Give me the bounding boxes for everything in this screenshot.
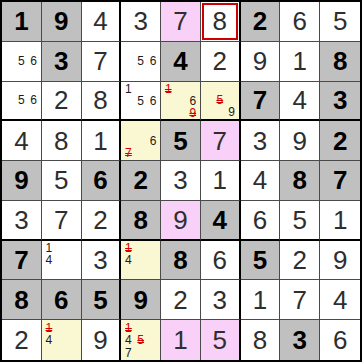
solved-digit: 7 xyxy=(293,287,307,313)
given-digit: 8 xyxy=(333,48,347,74)
cell-r4c3[interactable]: 1 xyxy=(82,121,122,161)
cell-r9c7[interactable]: 8 xyxy=(241,320,281,360)
solved-digit: 4 xyxy=(14,128,28,154)
cell-r7c3[interactable]: 3 xyxy=(82,241,122,281)
candidate-6: 6 xyxy=(147,135,159,147)
cell-r1c3[interactable]: 4 xyxy=(82,2,122,42)
cell-r5c9[interactable]: 7 xyxy=(320,161,360,201)
solved-digit: 5 xyxy=(333,8,347,34)
solved-digit: 9 xyxy=(333,247,347,273)
pencil-marks: 14 xyxy=(43,321,80,359)
cell-r9c5[interactable]: 1 xyxy=(161,320,201,360)
given-digit: 1 xyxy=(14,8,28,34)
cell-r6c1[interactable]: 3 xyxy=(2,201,42,241)
solved-digit: 3 xyxy=(93,247,107,273)
cell-r1c9[interactable]: 5 xyxy=(320,2,360,42)
cell-r2c2[interactable]: 3 xyxy=(42,42,82,82)
cell-r9c3[interactable]: 9 xyxy=(82,320,122,360)
given-digit: 7 xyxy=(333,167,347,193)
solved-digit: 1 xyxy=(333,207,347,233)
cell-r3c5[interactable]: 169 xyxy=(161,82,201,122)
given-digit: 3 xyxy=(293,327,307,353)
cell-r6c6[interactable]: 4 xyxy=(201,201,241,241)
solved-digit: 6 xyxy=(333,327,347,353)
cell-r3c6[interactable]: 59 xyxy=(201,82,241,122)
given-digit: 2 xyxy=(133,167,147,193)
given-digit: 2 xyxy=(253,8,267,34)
solved-digit: 2 xyxy=(14,327,28,353)
cell-r8c4[interactable]: 9 xyxy=(121,280,161,320)
candidate-9-struck: 9 xyxy=(187,107,199,119)
cell-r7c7[interactable]: 5 xyxy=(241,241,281,281)
cell-r8c6[interactable]: 3 xyxy=(201,280,241,320)
pencil-marks: 59 xyxy=(202,83,238,119)
cell-r4c5[interactable]: 5 xyxy=(161,121,201,161)
candidate-4: 4 xyxy=(43,254,55,266)
solved-digit: 2 xyxy=(54,87,68,113)
cell-r5c6[interactable]: 1 xyxy=(201,161,241,201)
given-digit: 5 xyxy=(253,247,267,273)
cell-r1c4[interactable]: 3 xyxy=(121,2,161,42)
candidate-6: 6 xyxy=(147,95,159,107)
solved-digit: 1 xyxy=(293,48,307,74)
pencil-marks: 56 xyxy=(3,43,40,80)
solved-digit: 7 xyxy=(213,128,227,154)
candidate-6: 6 xyxy=(28,94,40,106)
given-digit: 5 xyxy=(173,128,187,154)
candidate-1-struck: 1 xyxy=(43,321,55,334)
cell-r3c8[interactable]: 4 xyxy=(280,82,320,122)
cell-r3c2[interactable]: 2 xyxy=(42,82,82,122)
given-digit: 3 xyxy=(333,87,347,113)
solved-digit: 4 xyxy=(293,87,307,113)
candidate-5: 5 xyxy=(15,55,27,67)
candidate-5-struck: 5 xyxy=(135,334,147,347)
candidate-1: 1 xyxy=(122,83,134,95)
given-digit: 8 xyxy=(133,207,147,233)
given-digit: 4 xyxy=(173,48,187,74)
solved-digit: 6 xyxy=(213,247,227,273)
cell-r7c9[interactable]: 9 xyxy=(320,241,360,281)
solved-digit: 7 xyxy=(93,48,107,74)
solved-digit: 4 xyxy=(93,8,107,34)
pencil-marks: 56 xyxy=(122,43,159,80)
given-digit: 8 xyxy=(293,167,307,193)
cell-r8c9[interactable]: 4 xyxy=(320,280,360,320)
solved-digit: 3 xyxy=(213,287,227,313)
candidate-5: 5 xyxy=(135,95,147,107)
pencil-marks: 56 xyxy=(3,83,40,119)
cell-r2c9[interactable]: 8 xyxy=(320,42,360,82)
solved-digit: 3 xyxy=(173,167,187,193)
solved-digit: 2 xyxy=(293,247,307,273)
cell-r1c2[interactable]: 9 xyxy=(42,2,82,42)
given-digit: 6 xyxy=(54,287,68,313)
cell-r1c1[interactable]: 1 xyxy=(2,2,42,42)
cell-r7c6[interactable]: 6 xyxy=(201,241,241,281)
cell-r6c7[interactable]: 6 xyxy=(241,201,281,241)
cell-r3c9[interactable]: 3 xyxy=(320,82,360,122)
cell-r7c5[interactable]: 8 xyxy=(161,241,201,281)
solved-digit: 9 xyxy=(93,327,107,353)
cell-r3c7[interactable]: 7 xyxy=(241,82,281,122)
solved-digit: 4 xyxy=(253,167,267,193)
solved-digit: 9 xyxy=(293,128,307,154)
cell-r9c1[interactable]: 2 xyxy=(2,320,42,360)
solved-digit: 8 xyxy=(253,327,267,353)
solved-digit: 2 xyxy=(213,48,227,74)
cell-r1c7[interactable]: 2 xyxy=(241,2,281,42)
cell-r8c7[interactable]: 1 xyxy=(241,280,281,320)
cell-r7c8[interactable]: 2 xyxy=(280,241,320,281)
candidate-6: 6 xyxy=(187,95,199,107)
cell-r8c3[interactable]: 5 xyxy=(82,280,122,320)
solved-digit: 4 xyxy=(333,287,347,313)
cell-r4c7[interactable]: 3 xyxy=(241,121,281,161)
solved-digit: 1 xyxy=(93,128,107,154)
candidate-4: 4 xyxy=(122,334,134,347)
given-digit: 5 xyxy=(93,287,107,313)
cell-r4c6[interactable]: 7 xyxy=(201,121,241,161)
cell-r2c4[interactable]: 56 xyxy=(121,42,161,82)
cell-r2c6[interactable]: 2 xyxy=(201,42,241,82)
cell-r4c4[interactable]: 67 xyxy=(121,121,161,161)
given-digit: 8 xyxy=(14,287,28,313)
candidate-4: 4 xyxy=(43,334,55,347)
cell-r7c1[interactable]: 7 xyxy=(2,241,42,281)
solved-digit: 2 xyxy=(173,287,187,313)
solved-digit: 9 xyxy=(173,207,187,233)
solved-digit: 9 xyxy=(253,48,267,74)
cell-r1c5[interactable]: 7 xyxy=(161,2,201,42)
cell-r8c8[interactable]: 7 xyxy=(280,280,320,320)
candidate-5: 5 xyxy=(135,55,147,67)
given-digit: 9 xyxy=(14,167,28,193)
solved-digit: 5 xyxy=(293,207,307,233)
cell-r6c2[interactable]: 7 xyxy=(42,201,82,241)
candidate-6: 6 xyxy=(147,55,159,67)
cell-r7c2[interactable]: 14 xyxy=(42,241,82,281)
cell-r8c1[interactable]: 8 xyxy=(2,280,42,320)
cell-r2c1[interactable]: 56 xyxy=(2,42,42,82)
candidate-7-struck: 7 xyxy=(122,147,134,159)
cell-r5c3[interactable]: 6 xyxy=(82,161,122,201)
cell-r1c8[interactable]: 6 xyxy=(280,2,320,42)
given-digit: 7 xyxy=(253,87,267,113)
sudoku-board: 1943782655637564291856281561695974348167… xyxy=(0,0,362,362)
solved-digit: 6 xyxy=(293,8,307,34)
cell-r6c8[interactable]: 5 xyxy=(280,201,320,241)
cell-r9c2[interactable]: 14 xyxy=(42,320,82,360)
cell-r5c8[interactable]: 8 xyxy=(280,161,320,201)
given-digit: 8 xyxy=(173,247,187,273)
given-digit: 2 xyxy=(333,128,347,154)
solved-digit: 1 xyxy=(213,167,227,193)
cell-r6c5[interactable]: 9 xyxy=(161,201,201,241)
given-digit: 3 xyxy=(54,48,68,74)
cell-r6c3[interactable]: 2 xyxy=(82,201,122,241)
solved-digit: 8 xyxy=(54,128,68,154)
pencil-marks: 14 xyxy=(122,242,159,279)
solved-digit: 6 xyxy=(253,207,267,233)
solved-digit: 7 xyxy=(54,207,68,233)
candidate-7: 7 xyxy=(122,346,134,359)
cell-r9c6[interactable]: 5 xyxy=(201,320,241,360)
given-digit: 7 xyxy=(14,247,28,273)
cell-r5c1[interactable]: 9 xyxy=(2,161,42,201)
given-digit: 9 xyxy=(54,8,68,34)
cell-r8c5[interactable]: 2 xyxy=(161,280,201,320)
solved-digit: 3 xyxy=(133,8,147,34)
cell-r3c4[interactable]: 156 xyxy=(121,82,161,122)
cell-r9c9[interactable]: 6 xyxy=(320,320,360,360)
given-digit: 4 xyxy=(213,207,227,233)
cell-r5c2[interactable]: 5 xyxy=(42,161,82,201)
pencil-marks: 14 xyxy=(43,242,80,279)
given-digit: 6 xyxy=(93,167,107,193)
solved-digit: 5 xyxy=(54,167,68,193)
cell-r2c8[interactable]: 1 xyxy=(280,42,320,82)
cell-r1c6[interactable]: 8 xyxy=(201,2,241,42)
candidate-5-struck: 5 xyxy=(214,94,226,106)
cell-r3c1[interactable]: 56 xyxy=(2,82,42,122)
cell-r2c3[interactable]: 7 xyxy=(82,42,122,82)
cell-r4c9[interactable]: 2 xyxy=(320,121,360,161)
pencil-marks: 67 xyxy=(122,122,159,159)
pencil-marks: 169 xyxy=(162,83,199,119)
cell-r9c8[interactable]: 3 xyxy=(280,320,320,360)
solved-digit: 1 xyxy=(253,287,267,313)
pencil-marks: 156 xyxy=(122,83,159,119)
cell-r7c4[interactable]: 14 xyxy=(121,241,161,281)
cell-r8c2[interactable]: 6 xyxy=(42,280,82,320)
solved-digit: 1 xyxy=(173,327,187,353)
candidate-4: 4 xyxy=(122,254,134,266)
candidate-1-struck: 1 xyxy=(162,83,174,95)
candidate-1-struck: 1 xyxy=(122,321,134,334)
cell-r2c7[interactable]: 9 xyxy=(241,42,281,82)
given-digit: 9 xyxy=(133,287,147,313)
candidate-5: 5 xyxy=(15,94,27,106)
solved-digit: 5 xyxy=(213,327,227,353)
cell-r5c4[interactable]: 2 xyxy=(121,161,161,201)
candidate-9: 9 xyxy=(226,106,238,118)
solved-digit: 7 xyxy=(173,8,187,34)
cell-r9c4[interactable]: 1457 xyxy=(121,320,161,360)
cell-r2c5[interactable]: 4 xyxy=(161,42,201,82)
pencil-marks: 1457 xyxy=(122,321,159,359)
cell-r4c1[interactable]: 4 xyxy=(2,121,42,161)
cell-r6c9[interactable]: 1 xyxy=(320,201,360,241)
solved-digit: 3 xyxy=(14,207,28,233)
cell-r4c2[interactable]: 8 xyxy=(42,121,82,161)
solved-digit: 2 xyxy=(93,207,107,233)
solved-digit: 3 xyxy=(253,128,267,154)
cell-r6c4[interactable]: 8 xyxy=(121,201,161,241)
cell-r5c7[interactable]: 4 xyxy=(241,161,281,201)
solved-digit: 8 xyxy=(93,87,107,113)
cell-r4c8[interactable]: 9 xyxy=(280,121,320,161)
solved-digit: 8 xyxy=(213,8,227,34)
candidate-6: 6 xyxy=(28,55,40,67)
cell-r5c5[interactable]: 3 xyxy=(161,161,201,201)
cell-r3c3[interactable]: 8 xyxy=(82,82,122,122)
